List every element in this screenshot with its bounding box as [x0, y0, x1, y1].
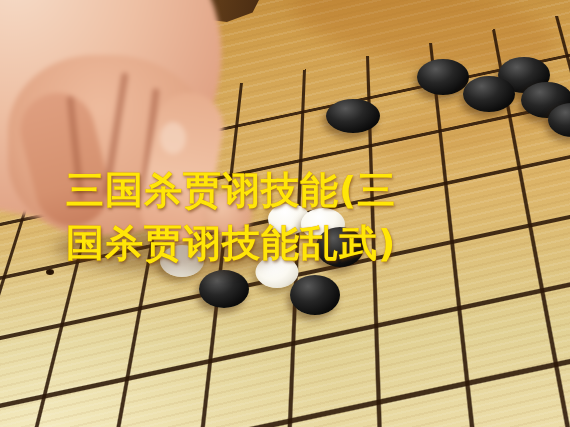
title-overlay: 三国杀贾诩技能(三国杀贾诩技能乱武) — [66, 164, 546, 270]
title-line-1: 三国杀贾诩技能(三 — [66, 168, 396, 212]
title-line-2: 国杀贾诩技能乱武) — [66, 221, 396, 265]
fingernail — [160, 122, 186, 154]
go-board-photo: 三国杀贾诩技能(三国杀贾诩技能乱武) — [0, 0, 570, 427]
